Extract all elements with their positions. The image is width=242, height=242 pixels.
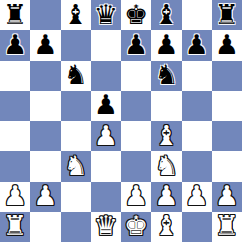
square-e5[interactable] (121, 91, 151, 121)
piece-white-queen[interactable]: ♛ (94, 212, 118, 239)
piece-black-knight[interactable]: ♞ (64, 61, 88, 88)
square-a1[interactable]: ♜ (0, 212, 30, 242)
square-f2[interactable]: ♟ (151, 182, 181, 212)
square-h7[interactable]: ♟ (212, 30, 242, 60)
square-a7[interactable]: ♟ (0, 30, 30, 60)
square-f1[interactable]: ♝ (151, 212, 181, 242)
square-e4[interactable] (121, 121, 151, 151)
piece-black-queen[interactable]: ♛ (94, 1, 118, 28)
square-g1[interactable] (182, 212, 212, 242)
square-c5[interactable] (61, 91, 91, 121)
square-e3[interactable] (121, 151, 151, 181)
square-c7[interactable] (61, 30, 91, 60)
square-h4[interactable] (212, 121, 242, 151)
square-f7[interactable]: ♟ (151, 30, 181, 60)
square-e6[interactable] (121, 61, 151, 91)
square-d1[interactable]: ♛ (91, 212, 121, 242)
square-g3[interactable] (182, 151, 212, 181)
square-d4[interactable]: ♟ (91, 121, 121, 151)
square-e1[interactable]: ♚ (121, 212, 151, 242)
piece-black-pawn[interactable]: ♟ (94, 91, 118, 118)
piece-black-knight[interactable]: ♞ (154, 61, 178, 88)
piece-white-bishop[interactable]: ♝ (154, 122, 178, 149)
square-b3[interactable] (30, 151, 60, 181)
square-g5[interactable] (182, 91, 212, 121)
piece-white-pawn[interactable]: ♟ (185, 182, 209, 209)
square-g4[interactable] (182, 121, 212, 151)
square-g6[interactable] (182, 61, 212, 91)
square-h3[interactable] (212, 151, 242, 181)
square-b8[interactable] (30, 0, 60, 30)
chess-board: ♜♝♛♚♝♜♟♟♟♟♟♟♞♞♟♟♝♞♞♟♟♟♟♟♟♜♛♚♝♜ (0, 0, 242, 242)
square-a5[interactable] (0, 91, 30, 121)
square-f4[interactable]: ♝ (151, 121, 181, 151)
square-b1[interactable] (30, 212, 60, 242)
piece-black-pawn[interactable]: ♟ (3, 31, 27, 58)
piece-black-bishop[interactable]: ♝ (154, 1, 178, 28)
piece-black-bishop[interactable]: ♝ (64, 1, 88, 28)
square-c8[interactable]: ♝ (61, 0, 91, 30)
piece-black-pawn[interactable]: ♟ (33, 31, 57, 58)
square-b2[interactable]: ♟ (30, 182, 60, 212)
piece-white-pawn[interactable]: ♟ (33, 182, 57, 209)
piece-black-pawn[interactable]: ♟ (124, 31, 148, 58)
square-c2[interactable] (61, 182, 91, 212)
piece-black-rook[interactable]: ♜ (215, 1, 239, 28)
square-g7[interactable]: ♟ (182, 30, 212, 60)
piece-black-pawn[interactable]: ♟ (215, 31, 239, 58)
piece-white-pawn[interactable]: ♟ (94, 122, 118, 149)
square-d3[interactable] (91, 151, 121, 181)
piece-white-pawn[interactable]: ♟ (124, 182, 148, 209)
square-h8[interactable]: ♜ (212, 0, 242, 30)
piece-black-king[interactable]: ♚ (124, 1, 148, 28)
square-b7[interactable]: ♟ (30, 30, 60, 60)
square-c6[interactable]: ♞ (61, 61, 91, 91)
piece-white-knight[interactable]: ♞ (154, 152, 178, 179)
square-g2[interactable]: ♟ (182, 182, 212, 212)
piece-white-knight[interactable]: ♞ (64, 152, 88, 179)
square-e2[interactable]: ♟ (121, 182, 151, 212)
square-a2[interactable]: ♟ (0, 182, 30, 212)
square-b4[interactable] (30, 121, 60, 151)
square-a3[interactable] (0, 151, 30, 181)
square-d6[interactable] (91, 61, 121, 91)
piece-white-bishop[interactable]: ♝ (154, 212, 178, 239)
square-a4[interactable] (0, 121, 30, 151)
piece-black-rook[interactable]: ♜ (3, 1, 27, 28)
square-h5[interactable] (212, 91, 242, 121)
square-c3[interactable]: ♞ (61, 151, 91, 181)
square-h1[interactable]: ♜ (212, 212, 242, 242)
piece-black-pawn[interactable]: ♟ (185, 31, 209, 58)
square-d2[interactable] (91, 182, 121, 212)
square-f8[interactable]: ♝ (151, 0, 181, 30)
piece-white-rook[interactable]: ♜ (215, 212, 239, 239)
square-a6[interactable] (0, 61, 30, 91)
square-c4[interactable] (61, 121, 91, 151)
square-b5[interactable] (30, 91, 60, 121)
square-g8[interactable] (182, 0, 212, 30)
piece-white-king[interactable]: ♚ (124, 212, 148, 239)
square-f5[interactable] (151, 91, 181, 121)
piece-white-pawn[interactable]: ♟ (154, 182, 178, 209)
square-h6[interactable] (212, 61, 242, 91)
square-e8[interactable]: ♚ (121, 0, 151, 30)
piece-white-pawn[interactable]: ♟ (3, 182, 27, 209)
square-e7[interactable]: ♟ (121, 30, 151, 60)
square-f6[interactable]: ♞ (151, 61, 181, 91)
piece-white-rook[interactable]: ♜ (3, 212, 27, 239)
square-f3[interactable]: ♞ (151, 151, 181, 181)
piece-black-pawn[interactable]: ♟ (154, 31, 178, 58)
square-h2[interactable]: ♟ (212, 182, 242, 212)
piece-white-pawn[interactable]: ♟ (215, 182, 239, 209)
square-a8[interactable]: ♜ (0, 0, 30, 30)
square-d8[interactable]: ♛ (91, 0, 121, 30)
square-d7[interactable] (91, 30, 121, 60)
square-c1[interactable] (61, 212, 91, 242)
square-b6[interactable] (30, 61, 60, 91)
square-d5[interactable]: ♟ (91, 91, 121, 121)
